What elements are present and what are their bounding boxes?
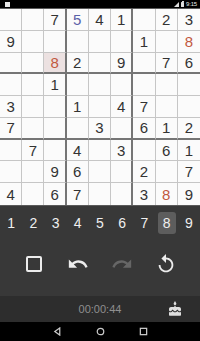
cell-r9c9[interactable]: 9	[178, 183, 200, 205]
cell-r2c2[interactable]	[22, 31, 44, 53]
cell-r8c6[interactable]	[111, 161, 133, 183]
cell-r5c6[interactable]: 4	[111, 96, 133, 118]
cell-r9c8[interactable]: 8	[156, 183, 178, 205]
cell-r1c8[interactable]: 2	[156, 9, 178, 31]
cell-r6c7[interactable]: 6	[133, 118, 155, 140]
cell-r5c8[interactable]	[156, 96, 178, 118]
cell-r9c7[interactable]: 3	[133, 183, 155, 205]
status-bar: 9:15	[0, 0, 200, 8]
square-mode-button[interactable]	[22, 252, 46, 276]
cell-r1c4[interactable]: 5	[67, 9, 89, 31]
cell-r6c3[interactable]	[44, 118, 66, 140]
restart-button[interactable]	[154, 252, 178, 276]
cell-r1c1[interactable]	[0, 9, 22, 31]
cell-r4c7[interactable]	[133, 74, 155, 96]
undo-icon	[67, 253, 89, 275]
cell-r4c5[interactable]	[89, 74, 111, 96]
numpad-9[interactable]: 9	[180, 212, 198, 234]
cell-r2c3[interactable]	[44, 31, 66, 53]
signal-icon	[174, 2, 179, 7]
cell-r8c4[interactable]: 6	[67, 161, 89, 183]
sudoku-app: 9:15 75412391882976131477361274361962746…	[0, 0, 200, 341]
cell-r1c6[interactable]: 1	[111, 9, 133, 31]
cell-r5c5[interactable]	[89, 96, 111, 118]
cell-r4c4[interactable]	[67, 74, 89, 96]
cell-r4c6[interactable]	[111, 74, 133, 96]
cell-r7c9[interactable]: 1	[178, 140, 200, 162]
cell-r1c7[interactable]	[133, 9, 155, 31]
cell-r9c3[interactable]: 6	[44, 183, 66, 205]
back-button[interactable]	[52, 327, 62, 337]
home-button[interactable]	[95, 327, 105, 337]
cell-r3c4[interactable]: 2	[67, 53, 89, 75]
cell-r5c1[interactable]: 3	[0, 96, 22, 118]
cell-r2c8[interactable]	[156, 31, 178, 53]
cell-r5c7[interactable]: 7	[133, 96, 155, 118]
cell-r7c2[interactable]: 7	[22, 140, 44, 162]
cell-r7c1[interactable]	[0, 140, 22, 162]
cell-r3c1[interactable]	[0, 53, 22, 75]
numpad: 1 2 3 4 5 6 7 8 9	[0, 206, 200, 240]
undo-button[interactable]	[66, 252, 90, 276]
cell-r7c6[interactable]: 3	[111, 140, 133, 162]
cell-r7c8[interactable]: 6	[156, 140, 178, 162]
timer-value: 00:00:44	[79, 303, 122, 315]
cell-r8c8[interactable]	[156, 161, 178, 183]
cell-r6c9[interactable]: 2	[178, 118, 200, 140]
cell-r2c6[interactable]	[111, 31, 133, 53]
cell-r4c3[interactable]: 1	[44, 74, 66, 96]
android-nav-bar	[0, 322, 200, 341]
numpad-3[interactable]: 3	[47, 212, 65, 234]
cell-r1c9[interactable]: 3	[178, 9, 200, 31]
numpad-8[interactable]: 8	[158, 212, 176, 234]
cell-r3c7[interactable]	[133, 53, 155, 75]
cell-r2c7[interactable]: 1	[133, 31, 155, 53]
cake-button[interactable]	[166, 300, 184, 318]
cell-r2c4[interactable]	[67, 31, 89, 53]
cell-r8c3[interactable]: 9	[44, 161, 66, 183]
numpad-5[interactable]: 5	[91, 212, 109, 234]
numpad-7[interactable]: 7	[135, 212, 153, 234]
cell-r4c9[interactable]	[178, 74, 200, 96]
timer-bar: 00:00:44	[0, 296, 200, 322]
cell-r7c4[interactable]: 4	[67, 140, 89, 162]
sudoku-board: 754123918829761314773612743619627467389	[0, 8, 200, 206]
notification-icon	[5, 2, 10, 7]
cell-r6c6[interactable]	[111, 118, 133, 140]
cell-r1c3[interactable]: 7	[44, 9, 66, 31]
cell-r7c3[interactable]	[44, 140, 66, 162]
numpad-2[interactable]: 2	[24, 212, 42, 234]
redo-icon	[111, 253, 133, 275]
cell-r3c8[interactable]: 7	[156, 53, 178, 75]
cell-r6c4[interactable]	[67, 118, 89, 140]
numpad-4[interactable]: 4	[69, 212, 87, 234]
cell-r6c5[interactable]: 3	[89, 118, 111, 140]
toolbar	[0, 240, 200, 296]
cell-r2c9[interactable]: 8	[178, 31, 200, 53]
cell-r1c2[interactable]	[22, 9, 44, 31]
back-icon	[53, 327, 62, 336]
cell-r9c6[interactable]	[111, 183, 133, 205]
cell-r9c5[interactable]	[89, 183, 111, 205]
cell-r8c9[interactable]: 7	[178, 161, 200, 183]
restart-icon	[155, 253, 177, 275]
cell-r5c9[interactable]	[178, 96, 200, 118]
recents-icon	[139, 327, 148, 336]
battery-icon	[181, 2, 184, 7]
cell-r7c7[interactable]	[133, 140, 155, 162]
home-icon	[96, 327, 105, 336]
cell-r3c2[interactable]	[22, 53, 44, 75]
cell-r9c2[interactable]	[22, 183, 44, 205]
cell-r3c9[interactable]: 6	[178, 53, 200, 75]
cell-r8c1[interactable]	[0, 161, 22, 183]
cell-r8c7[interactable]: 2	[133, 161, 155, 183]
cell-r7c5[interactable]	[89, 140, 111, 162]
cell-r6c2[interactable]	[22, 118, 44, 140]
cell-r4c1[interactable]	[0, 74, 22, 96]
cell-r3c6[interactable]: 9	[111, 53, 133, 75]
cell-r5c2[interactable]	[22, 96, 44, 118]
status-time: 9:15	[186, 1, 197, 7]
cell-r5c3[interactable]	[44, 96, 66, 118]
square-outline-icon	[26, 256, 42, 272]
cell-r9c1[interactable]: 4	[0, 183, 22, 205]
redo-button[interactable]	[110, 252, 134, 276]
cell-r2c1[interactable]: 9	[0, 31, 22, 53]
cell-r4c2[interactable]	[22, 74, 44, 96]
recents-button[interactable]	[138, 327, 148, 337]
cell-r8c2[interactable]	[22, 161, 44, 183]
cell-r6c1[interactable]: 7	[0, 118, 22, 140]
cell-r3c5[interactable]	[89, 53, 111, 75]
cell-r6c8[interactable]: 1	[156, 118, 178, 140]
cell-r8c5[interactable]	[89, 161, 111, 183]
numpad-6[interactable]: 6	[113, 212, 131, 234]
cell-r1c5[interactable]: 4	[89, 9, 111, 31]
numpad-1[interactable]: 1	[2, 212, 20, 234]
cell-r5c4[interactable]: 1	[67, 96, 89, 118]
cell-r4c8[interactable]	[156, 74, 178, 96]
cell-r2c5[interactable]	[89, 31, 111, 53]
cake-icon	[167, 301, 183, 317]
cell-r9c4[interactable]: 7	[67, 183, 89, 205]
cell-r3c3[interactable]: 8	[44, 53, 66, 75]
